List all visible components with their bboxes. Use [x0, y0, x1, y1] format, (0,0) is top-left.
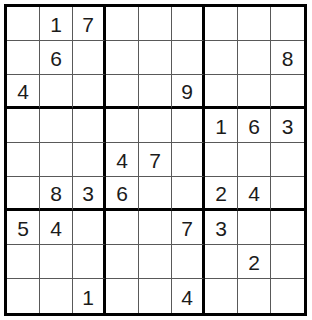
sudoku-cell[interactable]: 4 — [7, 75, 40, 109]
sudoku-cell[interactable] — [172, 143, 205, 177]
sudoku-cell[interactable] — [40, 279, 73, 313]
sudoku-cell[interactable] — [106, 211, 139, 245]
given-digit: 4 — [116, 150, 128, 171]
sudoku-cell[interactable] — [106, 279, 139, 313]
sudoku-cell[interactable] — [139, 279, 172, 313]
sudoku-cell[interactable] — [139, 75, 172, 109]
sudoku-cell[interactable]: 8 — [271, 41, 304, 75]
sudoku-cell[interactable]: 4 — [106, 143, 139, 177]
sudoku-cell[interactable] — [139, 41, 172, 75]
sudoku-cell[interactable]: 7 — [73, 7, 106, 41]
sudoku-cell[interactable] — [172, 245, 205, 279]
sudoku-cell[interactable]: 6 — [106, 177, 139, 211]
sudoku-cell[interactable] — [139, 109, 172, 143]
sudoku-cell[interactable] — [271, 279, 304, 313]
sudoku-cell[interactable] — [106, 7, 139, 41]
given-digit: 6 — [116, 183, 128, 204]
sudoku-cell[interactable] — [271, 75, 304, 109]
sudoku-cell[interactable] — [139, 7, 172, 41]
sudoku-cell[interactable]: 4 — [172, 279, 205, 313]
given-digit: 8 — [282, 48, 294, 69]
sudoku-cell[interactable] — [40, 143, 73, 177]
sudoku-cell[interactable]: 7 — [172, 211, 205, 245]
sudoku-cell[interactable]: 6 — [40, 41, 73, 75]
sudoku-cell[interactable] — [40, 245, 73, 279]
given-digit: 4 — [50, 218, 62, 239]
sudoku-cell[interactable] — [139, 245, 172, 279]
sudoku-cell[interactable]: 2 — [205, 177, 238, 211]
sudoku-cell[interactable] — [205, 75, 238, 109]
given-digit: 8 — [50, 183, 62, 204]
sudoku-cell[interactable] — [271, 245, 304, 279]
sudoku-cell[interactable] — [139, 177, 172, 211]
sudoku-cell[interactable] — [271, 211, 304, 245]
sudoku-cell[interactable]: 8 — [40, 177, 73, 211]
sudoku-cell[interactable]: 1 — [40, 7, 73, 41]
sudoku-cell[interactable] — [238, 143, 271, 177]
given-digit: 3 — [282, 116, 294, 137]
sudoku-cell[interactable] — [73, 143, 106, 177]
sudoku-cell[interactable]: 6 — [238, 109, 271, 143]
sudoku-cell[interactable] — [73, 245, 106, 279]
sudoku-cell[interactable] — [271, 143, 304, 177]
sudoku-cell[interactable] — [73, 211, 106, 245]
given-digit: 7 — [149, 150, 161, 171]
sudoku-cell[interactable] — [271, 177, 304, 211]
sudoku-cell[interactable] — [7, 41, 40, 75]
sudoku-cell[interactable] — [73, 75, 106, 109]
sudoku-cell[interactable] — [40, 109, 73, 143]
given-digit: 7 — [181, 218, 193, 239]
given-digit: 6 — [50, 48, 62, 69]
sudoku-cell[interactable]: 4 — [238, 177, 271, 211]
sudoku-cell[interactable]: 7 — [139, 143, 172, 177]
sudoku-cell[interactable] — [73, 109, 106, 143]
sudoku-cell[interactable]: 9 — [172, 75, 205, 109]
sudoku-cell[interactable] — [7, 109, 40, 143]
sudoku-cell[interactable]: 1 — [205, 109, 238, 143]
sudoku-cell[interactable] — [106, 245, 139, 279]
sudoku-cell[interactable] — [172, 177, 205, 211]
sudoku-cell[interactable] — [172, 7, 205, 41]
sudoku-cell[interactable] — [205, 143, 238, 177]
given-digit: 2 — [215, 183, 227, 204]
given-digit: 1 — [50, 14, 62, 35]
sudoku-cell[interactable]: 3 — [271, 109, 304, 143]
sudoku-cell[interactable] — [205, 41, 238, 75]
given-digit: 3 — [215, 218, 227, 239]
given-digit: 2 — [248, 252, 260, 273]
sudoku-cell[interactable]: 3 — [205, 211, 238, 245]
given-digit: 6 — [248, 116, 260, 137]
given-digit: 4 — [248, 183, 260, 204]
sudoku-cell[interactable] — [7, 245, 40, 279]
sudoku-cell[interactable] — [106, 41, 139, 75]
given-digit: 4 — [17, 81, 29, 102]
given-digit: 9 — [181, 81, 193, 102]
sudoku-board: 17684916347836245473214 — [4, 4, 307, 316]
sudoku-cell[interactable]: 5 — [7, 211, 40, 245]
given-digit: 1 — [82, 287, 94, 308]
sudoku-cell[interactable] — [106, 109, 139, 143]
given-digit: 4 — [181, 287, 193, 308]
sudoku-cell[interactable] — [205, 245, 238, 279]
given-digit: 5 — [17, 218, 29, 239]
sudoku-cell[interactable] — [139, 211, 172, 245]
sudoku-cell[interactable]: 3 — [73, 177, 106, 211]
sudoku-cell[interactable] — [238, 279, 271, 313]
sudoku-cell[interactable] — [7, 7, 40, 41]
sudoku-cell[interactable] — [172, 41, 205, 75]
sudoku-cell[interactable] — [238, 41, 271, 75]
sudoku-cell[interactable] — [271, 7, 304, 41]
sudoku-cell[interactable] — [40, 75, 73, 109]
sudoku-cell[interactable] — [205, 279, 238, 313]
sudoku-cell[interactable] — [238, 211, 271, 245]
sudoku-cell[interactable]: 1 — [73, 279, 106, 313]
sudoku-cell[interactable] — [73, 41, 106, 75]
given-digit: 3 — [82, 183, 94, 204]
sudoku-cell[interactable]: 2 — [238, 245, 271, 279]
sudoku-cell[interactable] — [7, 143, 40, 177]
sudoku-cell[interactable] — [7, 279, 40, 313]
sudoku-cell[interactable] — [238, 7, 271, 41]
sudoku-cell[interactable] — [205, 7, 238, 41]
given-digit: 1 — [215, 116, 227, 137]
sudoku-cell[interactable] — [106, 75, 139, 109]
sudoku-cell[interactable]: 4 — [40, 211, 73, 245]
sudoku-cell[interactable] — [7, 177, 40, 211]
sudoku-cell[interactable] — [238, 75, 271, 109]
sudoku-cell[interactable] — [172, 109, 205, 143]
given-digit: 7 — [82, 14, 94, 35]
